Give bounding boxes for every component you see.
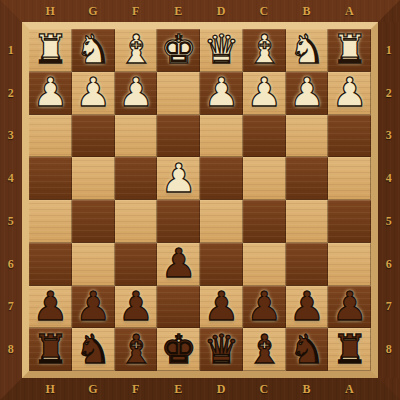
piece-black-bishop[interactable]: ♝ <box>118 329 154 369</box>
square-b7[interactable]: ♟ <box>286 286 329 329</box>
square-d3[interactable] <box>200 115 243 158</box>
piece-black-pawn[interactable]: ♟ <box>246 286 282 326</box>
square-c3[interactable] <box>243 115 286 158</box>
piece-white-queen[interactable]: ♛ <box>203 29 239 69</box>
chess-game: HGFEDCBA HGFEDCBA 12345678 12345678 ♜♞♝♚… <box>0 0 400 400</box>
square-d2[interactable]: ♟ <box>200 72 243 115</box>
square-a4[interactable] <box>328 157 371 200</box>
piece-white-pawn[interactable]: ♟ <box>32 72 68 112</box>
square-g5[interactable] <box>72 200 115 243</box>
square-d7[interactable]: ♟ <box>200 286 243 329</box>
piece-black-queen[interactable]: ♛ <box>203 329 239 369</box>
square-h1[interactable]: ♜ <box>29 29 72 72</box>
square-h6[interactable] <box>29 243 72 286</box>
piece-white-pawn[interactable]: ♟ <box>332 72 368 112</box>
square-d6[interactable] <box>200 243 243 286</box>
piece-black-pawn[interactable]: ♟ <box>32 286 68 326</box>
square-c6[interactable] <box>243 243 286 286</box>
square-g3[interactable] <box>72 115 115 158</box>
square-e7[interactable] <box>157 286 200 329</box>
square-f3[interactable] <box>115 115 158 158</box>
square-e5[interactable] <box>157 200 200 243</box>
piece-black-pawn[interactable]: ♟ <box>118 286 154 326</box>
square-d1[interactable]: ♛ <box>200 29 243 72</box>
square-e2[interactable] <box>157 72 200 115</box>
square-b2[interactable]: ♟ <box>286 72 329 115</box>
piece-black-pawn[interactable]: ♟ <box>332 286 368 326</box>
piece-black-knight[interactable]: ♞ <box>289 329 325 369</box>
square-f8[interactable]: ♝ <box>115 328 158 371</box>
square-e3[interactable] <box>157 115 200 158</box>
chess-board: ♜♞♝♚♛♝♞♜♟♟♟♟♟♟♟♟♟♟♟♟♟♟♟♟♜♞♝♚♛♝♞♜ <box>29 29 371 371</box>
square-e4[interactable]: ♟ <box>157 157 200 200</box>
square-g7[interactable]: ♟ <box>72 286 115 329</box>
piece-black-pawn[interactable]: ♟ <box>161 243 197 283</box>
square-e1[interactable]: ♚ <box>157 29 200 72</box>
square-e6[interactable]: ♟ <box>157 243 200 286</box>
square-h8[interactable]: ♜ <box>29 328 72 371</box>
square-g4[interactable] <box>72 157 115 200</box>
square-g1[interactable]: ♞ <box>72 29 115 72</box>
square-h7[interactable]: ♟ <box>29 286 72 329</box>
square-f5[interactable] <box>115 200 158 243</box>
piece-black-bishop[interactable]: ♝ <box>246 329 282 369</box>
piece-black-rook[interactable]: ♜ <box>332 329 368 369</box>
piece-black-knight[interactable]: ♞ <box>75 329 111 369</box>
square-g6[interactable] <box>72 243 115 286</box>
square-b6[interactable] <box>286 243 329 286</box>
piece-white-rook[interactable]: ♜ <box>32 29 68 69</box>
square-f7[interactable]: ♟ <box>115 286 158 329</box>
square-f4[interactable] <box>115 157 158 200</box>
square-f6[interactable] <box>115 243 158 286</box>
piece-white-rook[interactable]: ♜ <box>332 29 368 69</box>
piece-white-pawn[interactable]: ♟ <box>289 72 325 112</box>
square-a5[interactable] <box>328 200 371 243</box>
square-d5[interactable] <box>200 200 243 243</box>
square-b8[interactable]: ♞ <box>286 328 329 371</box>
square-c7[interactable]: ♟ <box>243 286 286 329</box>
square-c8[interactable]: ♝ <box>243 328 286 371</box>
square-g2[interactable]: ♟ <box>72 72 115 115</box>
piece-black-pawn[interactable]: ♟ <box>203 286 239 326</box>
square-f1[interactable]: ♝ <box>115 29 158 72</box>
square-b3[interactable] <box>286 115 329 158</box>
square-c2[interactable]: ♟ <box>243 72 286 115</box>
square-h5[interactable] <box>29 200 72 243</box>
piece-white-king[interactable]: ♚ <box>161 29 197 69</box>
piece-white-pawn[interactable]: ♟ <box>75 72 111 112</box>
piece-white-bishop[interactable]: ♝ <box>246 29 282 69</box>
square-c1[interactable]: ♝ <box>243 29 286 72</box>
piece-black-pawn[interactable]: ♟ <box>75 286 111 326</box>
square-b4[interactable] <box>286 157 329 200</box>
piece-black-king[interactable]: ♚ <box>161 329 197 369</box>
square-a1[interactable]: ♜ <box>328 29 371 72</box>
square-a2[interactable]: ♟ <box>328 72 371 115</box>
square-c5[interactable] <box>243 200 286 243</box>
piece-white-knight[interactable]: ♞ <box>75 29 111 69</box>
square-a3[interactable] <box>328 115 371 158</box>
square-d4[interactable] <box>200 157 243 200</box>
piece-white-pawn[interactable]: ♟ <box>203 72 239 112</box>
piece-black-pawn[interactable]: ♟ <box>289 286 325 326</box>
square-h4[interactable] <box>29 157 72 200</box>
square-g8[interactable]: ♞ <box>72 328 115 371</box>
square-b1[interactable]: ♞ <box>286 29 329 72</box>
piece-white-pawn[interactable]: ♟ <box>161 158 197 198</box>
square-h2[interactable]: ♟ <box>29 72 72 115</box>
square-a6[interactable] <box>328 243 371 286</box>
square-h3[interactable] <box>29 115 72 158</box>
square-e8[interactable]: ♚ <box>157 328 200 371</box>
piece-white-pawn[interactable]: ♟ <box>246 72 282 112</box>
square-c4[interactable] <box>243 157 286 200</box>
square-d8[interactable]: ♛ <box>200 328 243 371</box>
piece-white-knight[interactable]: ♞ <box>289 29 325 69</box>
square-f2[interactable]: ♟ <box>115 72 158 115</box>
square-b5[interactable] <box>286 200 329 243</box>
piece-black-rook[interactable]: ♜ <box>32 329 68 369</box>
piece-white-pawn[interactable]: ♟ <box>118 72 154 112</box>
piece-white-bishop[interactable]: ♝ <box>118 29 154 69</box>
square-a8[interactable]: ♜ <box>328 328 371 371</box>
square-a7[interactable]: ♟ <box>328 286 371 329</box>
